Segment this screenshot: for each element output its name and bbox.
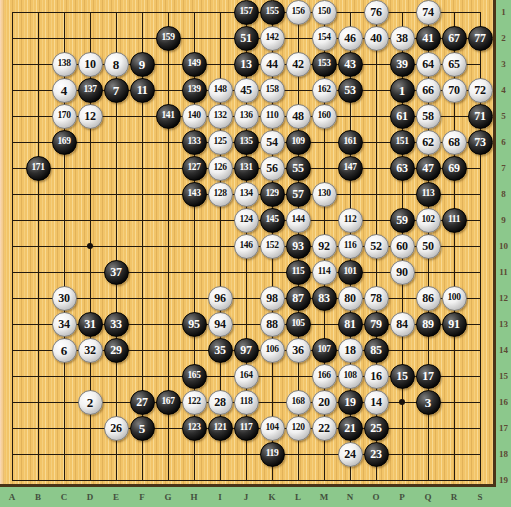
black-stone-move-143: 143 — [182, 182, 207, 207]
column-label-I: I — [218, 492, 222, 502]
white-stone-move-98: 98 — [260, 286, 285, 311]
white-stone-move-94: 94 — [208, 312, 233, 337]
black-stone-move-21: 21 — [338, 416, 363, 441]
white-stone-move-6: 6 — [52, 338, 77, 363]
white-stone-move-134: 134 — [234, 182, 259, 207]
white-stone-move-78: 78 — [364, 286, 389, 311]
black-stone-move-51: 51 — [234, 26, 259, 51]
row-label-9: 9 — [496, 215, 511, 225]
white-stone-move-158: 158 — [260, 78, 285, 103]
black-stone-move-171: 171 — [26, 156, 51, 181]
black-stone-move-97: 97 — [234, 338, 259, 363]
black-stone-move-17: 17 — [416, 364, 441, 389]
white-stone-move-104: 104 — [260, 416, 285, 441]
black-stone-move-53: 53 — [338, 78, 363, 103]
column-label-K: K — [268, 492, 275, 502]
black-stone-move-89: 89 — [416, 312, 441, 337]
black-stone-move-9: 9 — [130, 52, 155, 77]
white-stone-move-170: 170 — [52, 104, 77, 129]
black-stone-move-3: 3 — [416, 390, 441, 415]
black-stone-move-87: 87 — [286, 286, 311, 311]
white-stone-move-28: 28 — [208, 390, 233, 415]
white-stone-move-72: 72 — [468, 78, 493, 103]
black-stone-move-147: 147 — [338, 156, 363, 181]
column-label-J: J — [244, 492, 249, 502]
row-labels-strip: 12345678910111213141516171819 — [496, 0, 511, 507]
black-stone-move-95: 95 — [182, 312, 207, 337]
stones-layer: 1234567891011121314151617181920212223242… — [0, 0, 493, 493]
black-stone-move-107: 107 — [312, 338, 337, 363]
black-stone-move-13: 13 — [234, 52, 259, 77]
white-stone-move-100: 100 — [442, 286, 467, 311]
black-stone-move-123: 123 — [182, 416, 207, 441]
white-stone-move-168: 168 — [286, 390, 311, 415]
white-stone-move-50: 50 — [416, 234, 441, 259]
black-stone-move-69: 69 — [442, 156, 467, 181]
white-stone-move-44: 44 — [260, 52, 285, 77]
black-stone-move-101: 101 — [338, 260, 363, 285]
black-stone-move-117: 117 — [234, 416, 259, 441]
white-stone-move-18: 18 — [338, 338, 363, 363]
white-stone-move-150: 150 — [312, 0, 337, 25]
white-stone-move-14: 14 — [364, 390, 389, 415]
black-stone-move-55: 55 — [286, 156, 311, 181]
column-label-B: B — [35, 492, 41, 502]
black-stone-move-11: 11 — [130, 78, 155, 103]
white-stone-move-124: 124 — [234, 208, 259, 233]
row-label-8: 8 — [496, 189, 511, 199]
column-label-D: D — [87, 492, 94, 502]
black-stone-move-157: 157 — [234, 0, 259, 25]
black-stone-move-5: 5 — [130, 416, 155, 441]
white-stone-move-126: 126 — [208, 156, 233, 181]
row-label-11: 11 — [496, 267, 511, 277]
white-stone-move-34: 34 — [52, 312, 77, 337]
row-label-10: 10 — [496, 241, 511, 251]
row-label-2: 2 — [496, 33, 511, 43]
white-stone-move-122: 122 — [182, 390, 207, 415]
black-stone-move-115: 115 — [286, 260, 311, 285]
white-stone-move-45: 45 — [234, 78, 259, 103]
black-stone-move-7: 7 — [104, 78, 129, 103]
white-stone-move-70: 70 — [442, 78, 467, 103]
white-stone-move-58: 58 — [416, 104, 441, 129]
white-stone-move-92: 92 — [312, 234, 337, 259]
black-stone-move-151: 151 — [390, 130, 415, 155]
white-stone-move-160: 160 — [312, 104, 337, 129]
black-stone-move-135: 135 — [234, 130, 259, 155]
column-label-M: M — [320, 492, 329, 502]
row-label-16: 16 — [496, 397, 511, 407]
black-stone-move-161: 161 — [338, 130, 363, 155]
white-stone-move-84: 84 — [390, 312, 415, 337]
white-stone-move-132: 132 — [208, 104, 233, 129]
black-stone-move-93: 93 — [286, 234, 311, 259]
white-stone-move-140: 140 — [182, 104, 207, 129]
white-stone-move-60: 60 — [390, 234, 415, 259]
white-stone-move-110: 110 — [260, 104, 285, 129]
white-stone-move-2: 2 — [78, 390, 103, 415]
black-stone-move-165: 165 — [182, 364, 207, 389]
row-label-7: 7 — [496, 163, 511, 173]
black-stone-move-83: 83 — [312, 286, 337, 311]
white-stone-move-156: 156 — [286, 0, 311, 25]
white-stone-move-4: 4 — [52, 78, 77, 103]
column-label-Q: Q — [424, 492, 431, 502]
black-stone-move-131: 131 — [234, 156, 259, 181]
row-label-5: 5 — [496, 111, 511, 121]
white-stone-move-152: 152 — [260, 234, 285, 259]
black-stone-move-39: 39 — [390, 52, 415, 77]
white-stone-move-108: 108 — [338, 364, 363, 389]
black-stone-move-155: 155 — [260, 0, 285, 25]
column-label-H: H — [190, 492, 197, 502]
black-stone-move-139: 139 — [182, 78, 207, 103]
white-stone-move-125: 125 — [208, 130, 233, 155]
white-stone-move-114: 114 — [312, 260, 337, 285]
column-label-O: O — [372, 492, 379, 502]
white-stone-move-20: 20 — [312, 390, 337, 415]
row-label-4: 4 — [496, 85, 511, 95]
black-stone-move-31: 31 — [78, 312, 103, 337]
black-stone-move-77: 77 — [468, 26, 493, 51]
white-stone-move-16: 16 — [364, 364, 389, 389]
column-label-P: P — [399, 492, 405, 502]
black-stone-move-25: 25 — [364, 416, 389, 441]
white-stone-move-68: 68 — [442, 130, 467, 155]
black-stone-move-149: 149 — [182, 52, 207, 77]
black-stone-move-63: 63 — [390, 156, 415, 181]
column-label-C: C — [61, 492, 68, 502]
row-label-18: 18 — [496, 449, 511, 459]
white-stone-move-76: 76 — [364, 0, 389, 25]
row-label-13: 13 — [496, 319, 511, 329]
white-stone-move-120: 120 — [286, 416, 311, 441]
white-stone-move-42: 42 — [286, 52, 311, 77]
black-stone-move-1: 1 — [390, 78, 415, 103]
black-stone-move-85: 85 — [364, 338, 389, 363]
black-stone-move-23: 23 — [364, 442, 389, 467]
white-stone-move-38: 38 — [390, 26, 415, 51]
black-stone-move-81: 81 — [338, 312, 363, 337]
black-stone-move-71: 71 — [468, 104, 493, 129]
white-stone-move-48: 48 — [286, 104, 311, 129]
black-stone-move-27: 27 — [130, 390, 155, 415]
black-stone-move-79: 79 — [364, 312, 389, 337]
white-stone-move-22: 22 — [312, 416, 337, 441]
column-label-A: A — [9, 492, 16, 502]
black-stone-move-119: 119 — [260, 442, 285, 467]
black-stone-move-37: 37 — [104, 260, 129, 285]
black-stone-move-127: 127 — [182, 156, 207, 181]
black-stone-move-43: 43 — [338, 52, 363, 77]
black-stone-move-29: 29 — [104, 338, 129, 363]
white-stone-move-52: 52 — [364, 234, 389, 259]
black-stone-move-169: 169 — [52, 130, 77, 155]
go-game-record-screen: 1234567891011121314151617181920212223242… — [0, 0, 511, 507]
column-label-G: G — [164, 492, 171, 502]
black-stone-move-91: 91 — [442, 312, 467, 337]
white-stone-move-40: 40 — [364, 26, 389, 51]
black-stone-move-137: 137 — [78, 78, 103, 103]
black-stone-move-145: 145 — [260, 208, 285, 233]
white-stone-move-36: 36 — [286, 338, 311, 363]
white-stone-move-130: 130 — [312, 182, 337, 207]
black-stone-move-67: 67 — [442, 26, 467, 51]
row-label-14: 14 — [496, 345, 511, 355]
row-label-19: 19 — [496, 475, 511, 485]
white-stone-move-62: 62 — [416, 130, 441, 155]
white-stone-move-88: 88 — [260, 312, 285, 337]
row-label-3: 3 — [496, 59, 511, 69]
white-stone-move-74: 74 — [416, 0, 441, 25]
white-stone-move-80: 80 — [338, 286, 363, 311]
white-stone-move-90: 90 — [390, 260, 415, 285]
white-stone-move-64: 64 — [416, 52, 441, 77]
black-stone-move-105: 105 — [286, 312, 311, 337]
column-label-L: L — [295, 492, 301, 502]
black-stone-move-35: 35 — [208, 338, 233, 363]
white-stone-move-30: 30 — [52, 286, 77, 311]
white-stone-move-148: 148 — [208, 78, 233, 103]
white-stone-move-146: 146 — [234, 234, 259, 259]
white-stone-move-162: 162 — [312, 78, 337, 103]
white-stone-move-116: 116 — [338, 234, 363, 259]
black-stone-move-121: 121 — [208, 416, 233, 441]
black-stone-move-57: 57 — [286, 182, 311, 207]
white-stone-move-86: 86 — [416, 286, 441, 311]
column-label-N: N — [347, 492, 354, 502]
black-stone-move-159: 159 — [156, 26, 181, 51]
black-stone-move-129: 129 — [260, 182, 285, 207]
goban[interactable]: 1234567891011121314151617181920212223242… — [0, 0, 496, 487]
black-stone-move-41: 41 — [416, 26, 441, 51]
column-label-R: R — [451, 492, 458, 502]
white-stone-move-128: 128 — [208, 182, 233, 207]
white-stone-move-164: 164 — [234, 364, 259, 389]
white-stone-move-118: 118 — [234, 390, 259, 415]
white-stone-move-12: 12 — [78, 104, 103, 129]
white-stone-move-144: 144 — [286, 208, 311, 233]
black-stone-move-109: 109 — [286, 130, 311, 155]
white-stone-move-46: 46 — [338, 26, 363, 51]
column-label-F: F — [139, 492, 145, 502]
white-stone-move-142: 142 — [260, 26, 285, 51]
white-stone-move-136: 136 — [234, 104, 259, 129]
black-stone-move-59: 59 — [390, 208, 415, 233]
white-stone-move-96: 96 — [208, 286, 233, 311]
white-stone-move-24: 24 — [338, 442, 363, 467]
white-stone-move-102: 102 — [416, 208, 441, 233]
black-stone-move-111: 111 — [442, 208, 467, 233]
white-stone-move-32: 32 — [78, 338, 103, 363]
white-stone-move-54: 54 — [260, 130, 285, 155]
white-stone-move-10: 10 — [78, 52, 103, 77]
white-stone-move-65: 65 — [442, 52, 467, 77]
black-stone-move-47: 47 — [416, 156, 441, 181]
black-stone-move-133: 133 — [182, 130, 207, 155]
black-stone-move-73: 73 — [468, 130, 493, 155]
column-label-S: S — [477, 492, 482, 502]
white-stone-move-112: 112 — [338, 208, 363, 233]
row-label-15: 15 — [496, 371, 511, 381]
row-label-12: 12 — [496, 293, 511, 303]
black-stone-move-33: 33 — [104, 312, 129, 337]
black-stone-move-167: 167 — [156, 390, 181, 415]
black-stone-move-19: 19 — [338, 390, 363, 415]
row-label-17: 17 — [496, 423, 511, 433]
black-stone-move-15: 15 — [390, 364, 415, 389]
white-stone-move-26: 26 — [104, 416, 129, 441]
row-label-6: 6 — [496, 137, 511, 147]
row-label-1: 1 — [496, 7, 511, 17]
white-stone-move-166: 166 — [312, 364, 337, 389]
white-stone-move-106: 106 — [260, 338, 285, 363]
black-stone-move-141: 141 — [156, 104, 181, 129]
white-stone-move-56: 56 — [260, 156, 285, 181]
white-stone-move-66: 66 — [416, 78, 441, 103]
black-stone-move-153: 153 — [312, 52, 337, 77]
black-stone-move-61: 61 — [390, 104, 415, 129]
white-stone-move-154: 154 — [312, 26, 337, 51]
white-stone-move-138: 138 — [52, 52, 77, 77]
column-label-E: E — [113, 492, 119, 502]
black-stone-move-113: 113 — [416, 182, 441, 207]
column-labels-strip: ABCDEFGHIJKLMNOPQRS — [0, 487, 511, 507]
white-stone-move-8: 8 — [104, 52, 129, 77]
